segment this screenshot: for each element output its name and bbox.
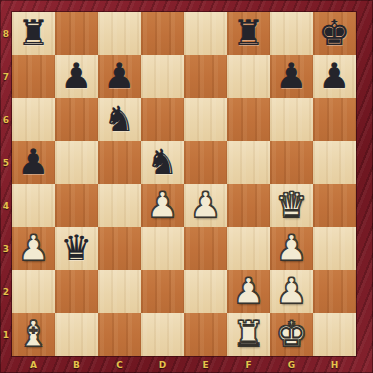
square-f4[interactable] [227, 184, 270, 227]
file-label-d: D [141, 356, 184, 373]
square-g5[interactable] [270, 141, 313, 184]
square-g1[interactable]: ♚ [270, 313, 313, 356]
square-b7[interactable]: ♟ [55, 55, 98, 98]
piece-white-rook[interactable]: ♜ [227, 313, 270, 356]
square-e2[interactable] [184, 270, 227, 313]
piece-black-pawn[interactable]: ♟ [55, 55, 98, 98]
piece-black-rook[interactable]: ♜ [227, 12, 270, 55]
square-h1[interactable] [313, 313, 356, 356]
piece-black-knight[interactable]: ♞ [98, 98, 141, 141]
square-d4[interactable]: ♟ [141, 184, 184, 227]
square-h2[interactable] [313, 270, 356, 313]
piece-white-queen[interactable]: ♛ [270, 184, 313, 227]
square-c1[interactable] [98, 313, 141, 356]
rank-label-8: 8 [0, 12, 12, 55]
square-b4[interactable] [55, 184, 98, 227]
piece-black-pawn[interactable]: ♟ [12, 141, 55, 184]
square-a3[interactable]: ♟ [12, 227, 55, 270]
square-c7[interactable]: ♟ [98, 55, 141, 98]
square-f6[interactable] [227, 98, 270, 141]
square-e3[interactable] [184, 227, 227, 270]
square-c4[interactable] [98, 184, 141, 227]
file-labels: ABCDEFGH [12, 356, 356, 373]
chess-board-frame: 87654321 ABCDEFGH ♜♜♚♟♟♟♟♞♟♞♟♟♛♟♛♟♟♟♝♜♚ [0, 0, 373, 373]
square-h7[interactable]: ♟ [313, 55, 356, 98]
square-b6[interactable] [55, 98, 98, 141]
rank-label-7: 7 [0, 55, 12, 98]
square-e7[interactable] [184, 55, 227, 98]
square-f7[interactable] [227, 55, 270, 98]
rank-label-5: 5 [0, 141, 12, 184]
square-g3[interactable]: ♟ [270, 227, 313, 270]
square-e1[interactable] [184, 313, 227, 356]
file-label-a: A [12, 356, 55, 373]
square-a5[interactable]: ♟ [12, 141, 55, 184]
square-c8[interactable] [98, 12, 141, 55]
square-d7[interactable] [141, 55, 184, 98]
piece-white-pawn[interactable]: ♟ [270, 270, 313, 313]
square-a7[interactable] [12, 55, 55, 98]
file-label-e: E [184, 356, 227, 373]
square-g7[interactable]: ♟ [270, 55, 313, 98]
piece-black-pawn[interactable]: ♟ [313, 55, 356, 98]
rank-label-6: 6 [0, 98, 12, 141]
square-h5[interactable] [313, 141, 356, 184]
square-c6[interactable]: ♞ [98, 98, 141, 141]
square-h8[interactable]: ♚ [313, 12, 356, 55]
square-b3[interactable]: ♛ [55, 227, 98, 270]
piece-white-pawn[interactable]: ♟ [184, 184, 227, 227]
square-d2[interactable] [141, 270, 184, 313]
square-e5[interactable] [184, 141, 227, 184]
square-c2[interactable] [98, 270, 141, 313]
square-b5[interactable] [55, 141, 98, 184]
square-g4[interactable]: ♛ [270, 184, 313, 227]
square-b1[interactable] [55, 313, 98, 356]
square-a6[interactable] [12, 98, 55, 141]
square-a2[interactable] [12, 270, 55, 313]
square-f8[interactable]: ♜ [227, 12, 270, 55]
square-d5[interactable]: ♞ [141, 141, 184, 184]
square-e4[interactable]: ♟ [184, 184, 227, 227]
piece-black-queen[interactable]: ♛ [55, 227, 98, 270]
square-f5[interactable] [227, 141, 270, 184]
square-d1[interactable] [141, 313, 184, 356]
piece-white-pawn[interactable]: ♟ [227, 270, 270, 313]
square-g8[interactable] [270, 12, 313, 55]
square-h3[interactable] [313, 227, 356, 270]
piece-white-pawn[interactable]: ♟ [12, 227, 55, 270]
piece-white-pawn[interactable]: ♟ [141, 184, 184, 227]
square-d3[interactable] [141, 227, 184, 270]
rank-label-3: 3 [0, 227, 12, 270]
square-h6[interactable] [313, 98, 356, 141]
square-a4[interactable] [12, 184, 55, 227]
chess-board: ♜♜♚♟♟♟♟♞♟♞♟♟♛♟♛♟♟♟♝♜♚ [12, 12, 356, 356]
square-f1[interactable]: ♜ [227, 313, 270, 356]
square-g6[interactable] [270, 98, 313, 141]
piece-white-king[interactable]: ♚ [270, 313, 313, 356]
square-f3[interactable] [227, 227, 270, 270]
piece-white-pawn[interactable]: ♟ [270, 227, 313, 270]
square-c5[interactable] [98, 141, 141, 184]
piece-black-king[interactable]: ♚ [313, 12, 356, 55]
rank-label-2: 2 [0, 270, 12, 313]
square-a8[interactable]: ♜ [12, 12, 55, 55]
square-g2[interactable]: ♟ [270, 270, 313, 313]
square-f2[interactable]: ♟ [227, 270, 270, 313]
piece-black-pawn[interactable]: ♟ [270, 55, 313, 98]
rank-labels: 87654321 [0, 12, 12, 356]
file-label-c: C [98, 356, 141, 373]
square-h4[interactable] [313, 184, 356, 227]
square-a1[interactable]: ♝ [12, 313, 55, 356]
file-label-h: H [313, 356, 356, 373]
square-e6[interactable] [184, 98, 227, 141]
square-d8[interactable] [141, 12, 184, 55]
piece-black-pawn[interactable]: ♟ [98, 55, 141, 98]
rank-label-4: 4 [0, 184, 12, 227]
piece-black-rook[interactable]: ♜ [12, 12, 55, 55]
file-label-b: B [55, 356, 98, 373]
piece-white-bishop[interactable]: ♝ [12, 313, 55, 356]
square-e8[interactable] [184, 12, 227, 55]
file-label-f: F [227, 356, 270, 373]
square-d6[interactable] [141, 98, 184, 141]
square-b8[interactable] [55, 12, 98, 55]
square-c3[interactable] [98, 227, 141, 270]
piece-black-knight[interactable]: ♞ [141, 141, 184, 184]
rank-label-1: 1 [0, 313, 12, 356]
file-label-g: G [270, 356, 313, 373]
square-b2[interactable] [55, 270, 98, 313]
